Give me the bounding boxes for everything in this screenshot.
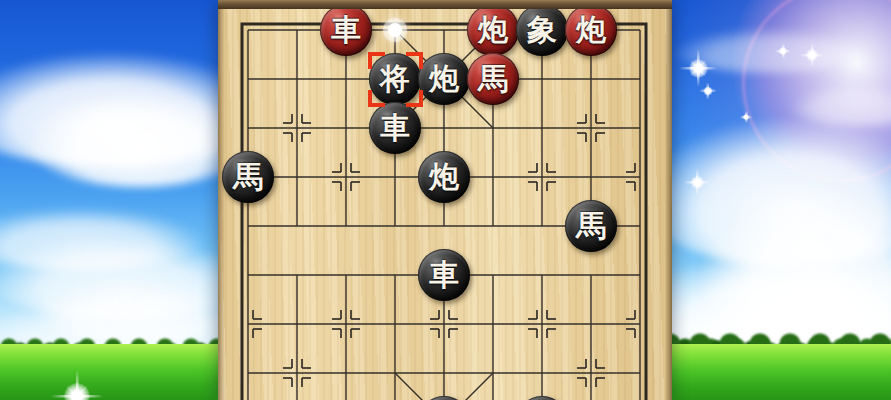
board-point[interactable]	[616, 300, 665, 349]
board-point[interactable]	[371, 300, 420, 349]
board-point[interactable]: 車	[371, 104, 420, 153]
board-point[interactable]	[224, 104, 273, 153]
board-point[interactable]	[420, 6, 469, 55]
board-point[interactable]: 車	[420, 251, 469, 300]
piece-black[interactable]: 馬	[222, 151, 274, 203]
board-point[interactable]	[322, 349, 371, 398]
board-point[interactable]: 炮	[567, 6, 616, 55]
sparkle-icon	[775, 43, 791, 59]
board-point[interactable]	[322, 55, 371, 104]
board-point[interactable]	[273, 202, 322, 251]
board-point[interactable]	[567, 104, 616, 153]
board-point[interactable]	[371, 202, 420, 251]
piece-character: 炮	[429, 64, 459, 94]
last-move-origin-marker	[388, 23, 402, 37]
piece-character: 馬	[233, 162, 263, 192]
xiangqi-board: 車炮象炮将炮馬車馬炮馬車卒卒	[218, 0, 672, 400]
board-point[interactable]	[469, 349, 518, 398]
board-point[interactable]	[371, 251, 420, 300]
board-point[interactable]	[616, 202, 665, 251]
board-point[interactable]	[567, 153, 616, 202]
board-point[interactable]: 炮	[420, 55, 469, 104]
board-point[interactable]	[224, 349, 273, 398]
piece-black[interactable]: 車	[418, 249, 470, 301]
sparkle-icon	[679, 49, 717, 87]
piece-black[interactable]: 車	[369, 102, 421, 154]
selection-bracket	[406, 90, 423, 107]
piece-character: 車	[331, 15, 361, 45]
board-point[interactable]	[322, 300, 371, 349]
board-point[interactable]: 車	[322, 6, 371, 55]
board-point[interactable]	[371, 153, 420, 202]
board-point[interactable]	[420, 349, 469, 398]
board-point[interactable]	[518, 251, 567, 300]
board-point[interactable]	[224, 6, 273, 55]
board-point[interactable]	[224, 55, 273, 104]
board-point[interactable]	[322, 104, 371, 153]
board-point[interactable]	[273, 349, 322, 398]
piece-character: 車	[429, 260, 459, 290]
board-point[interactable]: 象	[518, 6, 567, 55]
board-point[interactable]	[469, 300, 518, 349]
board-point[interactable]	[273, 300, 322, 349]
board-point[interactable]	[518, 104, 567, 153]
piece-black[interactable]: 炮	[418, 151, 470, 203]
board-point[interactable]	[616, 349, 665, 398]
board-point[interactable]	[616, 55, 665, 104]
board-point[interactable]	[616, 6, 665, 55]
board-point[interactable]	[224, 251, 273, 300]
board-point[interactable]	[273, 104, 322, 153]
board-point[interactable]	[518, 300, 567, 349]
board-point[interactable]	[371, 349, 420, 398]
piece-red[interactable]: 馬	[467, 53, 519, 105]
sparkle-icon	[684, 169, 710, 195]
sparkle-icon	[700, 83, 717, 100]
board-point[interactable]: 将	[371, 55, 420, 104]
board-point[interactable]	[224, 300, 273, 349]
board-point[interactable]	[616, 104, 665, 153]
board-point[interactable]	[420, 202, 469, 251]
piece-character: 馬	[478, 64, 508, 94]
board-point[interactable]	[518, 202, 567, 251]
board-point[interactable]	[567, 300, 616, 349]
sparkle-icon	[51, 370, 103, 400]
piece-red[interactable]: 車	[320, 4, 372, 56]
board-point[interactable]	[273, 153, 322, 202]
piece-character: 炮	[429, 162, 459, 192]
board-point[interactable]	[469, 251, 518, 300]
board-point[interactable]	[273, 251, 322, 300]
board-point[interactable]	[567, 349, 616, 398]
piece-character: 車	[380, 113, 410, 143]
piece-character: 炮	[478, 15, 508, 45]
board-point[interactable]: 炮	[420, 153, 469, 202]
selection-bracket	[406, 52, 423, 69]
piece-black[interactable]: 象	[516, 4, 568, 56]
board-point[interactable]	[420, 300, 469, 349]
piece-character: 馬	[576, 211, 606, 241]
board-point[interactable]	[518, 349, 567, 398]
board-point[interactable]: 馬	[224, 153, 273, 202]
piece-character: 炮	[576, 15, 606, 45]
board-point[interactable]: 炮	[469, 6, 518, 55]
board-point[interactable]	[567, 251, 616, 300]
board-point[interactable]	[224, 202, 273, 251]
sparkle-icon	[740, 111, 752, 123]
board-point[interactable]	[273, 55, 322, 104]
board-point[interactable]	[322, 202, 371, 251]
piece-character: 象	[527, 15, 557, 45]
board-point[interactable]	[322, 251, 371, 300]
piece-black[interactable]: 卒	[418, 396, 470, 400]
board-point[interactable]	[322, 153, 371, 202]
board-point[interactable]: 馬	[567, 202, 616, 251]
piece-red[interactable]: 炮	[565, 4, 617, 56]
selection-bracket	[368, 90, 385, 107]
board-point[interactable]	[518, 55, 567, 104]
board-point[interactable]	[273, 6, 322, 55]
board-point[interactable]	[567, 55, 616, 104]
game-screen: 車炮象炮将炮馬車馬炮馬車卒卒	[0, 0, 891, 400]
board-points-grid: 車炮象炮将炮馬車馬炮馬車卒卒	[224, 6, 665, 400]
piece-black[interactable]: 炮	[418, 53, 470, 105]
board-point[interactable]	[469, 104, 518, 153]
board-top-edge	[218, 0, 672, 9]
board-point[interactable]	[420, 104, 469, 153]
board-point[interactable]	[371, 6, 420, 55]
board-point[interactable]	[616, 153, 665, 202]
board-point[interactable]: 馬	[469, 55, 518, 104]
piece-black[interactable]: 卒	[516, 396, 568, 400]
selection-bracket	[368, 52, 385, 69]
piece-red[interactable]: 炮	[467, 4, 519, 56]
board-point[interactable]	[616, 251, 665, 300]
sparkle-icon	[800, 43, 824, 67]
board-point[interactable]	[469, 153, 518, 202]
board-point[interactable]	[469, 202, 518, 251]
board-point[interactable]	[518, 153, 567, 202]
piece-black[interactable]: 馬	[565, 200, 617, 252]
